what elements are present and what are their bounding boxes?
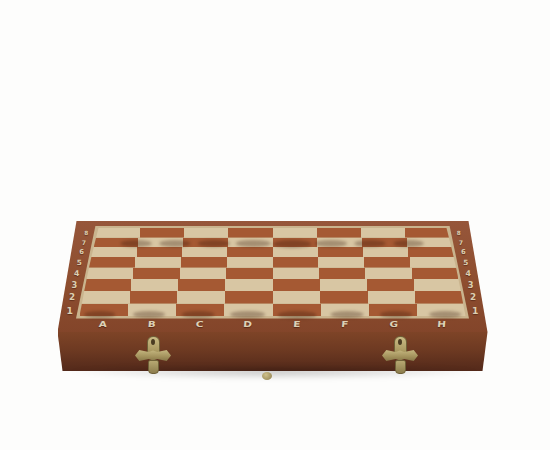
rank-label-left-4: 4: [74, 269, 79, 278]
rank-label-left-6: 6: [79, 248, 84, 256]
square-c8[interactable]: [184, 228, 228, 238]
square-a2[interactable]: [82, 291, 130, 304]
piece-shadow: [354, 240, 385, 247]
square-d3[interactable]: [225, 279, 272, 291]
square-f6[interactable]: [318, 247, 363, 257]
square-e3[interactable]: [273, 279, 320, 291]
square-g6[interactable]: [363, 247, 408, 257]
board-rank-8: [96, 228, 449, 238]
left-brass-clasp: [135, 336, 171, 373]
rank-label-right-3: 3: [468, 280, 474, 290]
board-rank-5: [89, 257, 456, 268]
piece-shadow: [430, 311, 462, 318]
square-d5[interactable]: [227, 257, 273, 268]
chess-set-photo: ABCDEFGH8765432187654321 ♜♞♝♛♚♝♞♜♟♟♟♟♟♟♟…: [0, 0, 550, 450]
rank-label-right-4: 4: [465, 269, 470, 278]
rank-label-left-1: 1: [66, 304, 72, 315]
square-c6[interactable]: [182, 247, 227, 257]
square-a4[interactable]: [87, 268, 133, 280]
square-d6[interactable]: [227, 247, 272, 257]
square-b3[interactable]: [131, 279, 178, 291]
square-c3[interactable]: [178, 279, 225, 291]
square-a5[interactable]: [89, 257, 135, 268]
rank-label-left-7: 7: [82, 239, 86, 246]
piece-shadow: [121, 240, 152, 247]
square-d2[interactable]: [225, 291, 273, 304]
piece-shadow: [278, 311, 317, 319]
square-b6[interactable]: [137, 247, 182, 257]
piece-shadow: [273, 240, 311, 248]
square-f4[interactable]: [319, 268, 365, 280]
piece-shadow: [315, 240, 347, 247]
square-e2[interactable]: [273, 291, 321, 304]
rank-label-right-8: 8: [457, 230, 461, 236]
board-rank-6: [91, 247, 453, 257]
square-d8[interactable]: [228, 228, 272, 238]
square-f8[interactable]: [317, 228, 361, 238]
center-brass-pin: [262, 372, 272, 380]
square-c5[interactable]: [181, 257, 227, 268]
rank-label-left-2: 2: [69, 292, 75, 302]
file-label-e: E: [292, 319, 301, 328]
file-label-a: A: [98, 319, 107, 328]
square-b4[interactable]: [133, 268, 179, 280]
square-h2[interactable]: [415, 291, 463, 304]
square-f3[interactable]: [320, 279, 367, 291]
file-label-b: B: [147, 319, 156, 328]
square-b5[interactable]: [135, 257, 181, 268]
piece-shadow: [160, 240, 191, 247]
piece-shadow: [133, 311, 165, 318]
square-e5[interactable]: [273, 257, 319, 268]
square-a6[interactable]: [91, 247, 136, 257]
rank-label-right-6: 6: [461, 248, 466, 256]
file-label-f: F: [341, 319, 350, 328]
square-e6[interactable]: [273, 247, 318, 257]
rank-label-right-5: 5: [463, 258, 468, 267]
piece-shadow: [182, 311, 215, 318]
clasp-hole: [151, 339, 155, 345]
square-b2[interactable]: [130, 291, 178, 304]
piece-shadow: [198, 240, 230, 247]
piece-shadow: [84, 311, 116, 318]
square-g3[interactable]: [367, 279, 414, 291]
file-label-g: G: [389, 319, 399, 328]
board-rank-3: [84, 279, 461, 291]
square-b8[interactable]: [140, 228, 184, 238]
square-e8[interactable]: [273, 228, 317, 238]
square-a8[interactable]: [96, 228, 140, 238]
clasp-tongue: [395, 360, 406, 374]
square-f2[interactable]: [320, 291, 368, 304]
square-h5[interactable]: [410, 257, 456, 268]
rank-label-right-1: 1: [472, 304, 478, 315]
square-g4[interactable]: [365, 268, 411, 280]
square-c2[interactable]: [177, 291, 225, 304]
square-g8[interactable]: [361, 228, 405, 238]
board-shadow: [68, 366, 480, 380]
square-a3[interactable]: [84, 279, 131, 291]
square-g2[interactable]: [368, 291, 416, 304]
square-h3[interactable]: [414, 279, 461, 291]
rank-label-left-8: 8: [84, 230, 88, 236]
rank-label-left-3: 3: [72, 280, 78, 290]
file-label-h: H: [437, 319, 447, 328]
square-f5[interactable]: [318, 257, 364, 268]
rank-label-right-2: 2: [470, 292, 476, 302]
square-d4[interactable]: [226, 268, 272, 280]
board-rank-2: [82, 291, 463, 304]
rank-label-left-5: 5: [77, 258, 82, 267]
square-g5[interactable]: [364, 257, 410, 268]
square-h6[interactable]: [408, 247, 453, 257]
board-rank-4: [87, 268, 459, 280]
piece-shadow: [380, 311, 412, 318]
clasp-hole: [398, 339, 402, 345]
piece-shadow: [330, 311, 363, 318]
square-c4[interactable]: [180, 268, 226, 280]
file-label-d: D: [243, 319, 253, 328]
rank-label-right-7: 7: [459, 239, 463, 246]
right-brass-clasp: [382, 336, 418, 373]
clasp-tongue: [148, 360, 159, 374]
square-h8[interactable]: [405, 228, 449, 238]
square-h4[interactable]: [412, 268, 458, 280]
file-label-c: C: [195, 319, 204, 328]
piece-shadow: [393, 240, 424, 247]
square-e4[interactable]: [273, 268, 319, 280]
